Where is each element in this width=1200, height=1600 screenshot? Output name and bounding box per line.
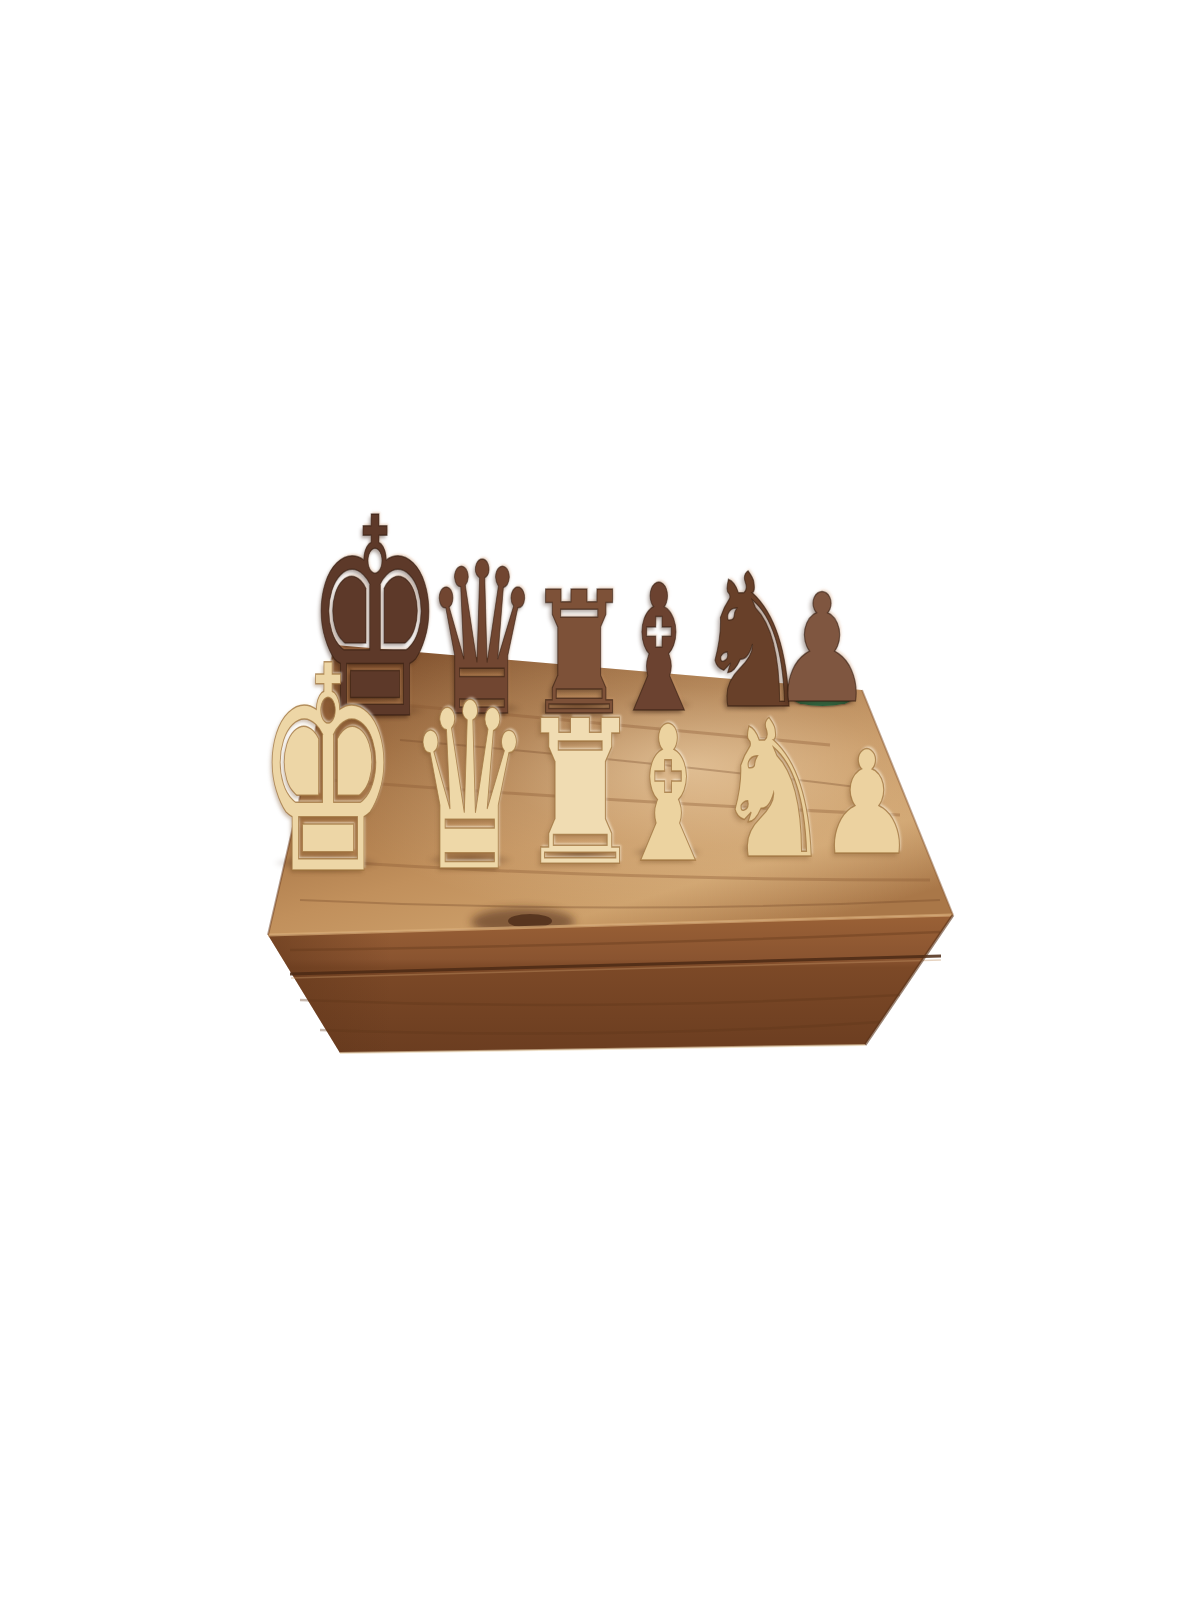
piece-shadow [427, 852, 513, 868]
piece-shadow [442, 701, 522, 716]
piece-shadow [545, 848, 615, 863]
box-top-sheen [268, 645, 953, 935]
wooden-box [0, 0, 1200, 1600]
piece-shadow [325, 702, 425, 719]
piece-shadow [626, 698, 692, 712]
piece-shadow [720, 695, 784, 709]
pawn-felt-base [794, 693, 851, 706]
piece-shadow [548, 700, 610, 714]
product-photo: ♚ ♛ ♜ ♝ ♞ ♟ ♚ ♛ ♜ ♝ ♞ ♟ [0, 0, 1200, 1600]
piece-shadow [274, 854, 380, 872]
piece-shadow [632, 845, 702, 860]
piece-shadow [842, 839, 892, 851]
piece-shadow [740, 842, 806, 856]
